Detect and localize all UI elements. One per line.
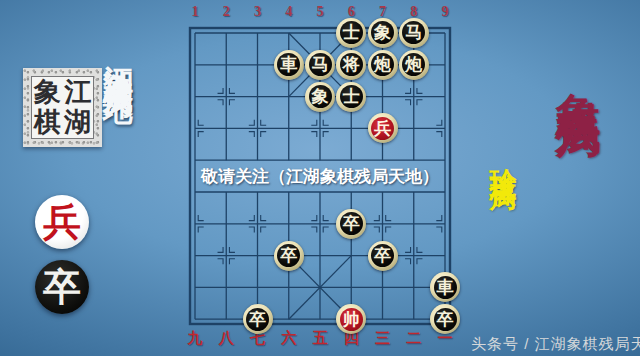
seal-char: 江 xyxy=(63,77,94,108)
piece-車-c4r2[interactable]: 車 xyxy=(274,50,304,80)
file-label: 2 xyxy=(211,4,242,20)
piece-glyph: 马 xyxy=(309,53,332,76)
file-label: 4 xyxy=(273,4,304,20)
piece-炮-c7r2[interactable]: 炮 xyxy=(368,50,398,80)
decor-zu-piece: 卒 xyxy=(35,260,89,314)
seal-characters: 象江棋湖 xyxy=(31,76,94,139)
seal-char: 棋 xyxy=(32,108,63,139)
piece-車-c9r9[interactable]: 車 xyxy=(430,272,460,302)
piece-象-c5r3[interactable]: 象 xyxy=(305,82,335,112)
file-label: 5 xyxy=(304,4,335,20)
left-vertical-title: 江湖象棋残局天地 xyxy=(103,42,133,74)
right-title-vertical: 象棋残局 xyxy=(556,57,601,89)
piece-glyph: 马 xyxy=(402,21,425,44)
piece-glyph: 象 xyxy=(371,21,394,44)
piece-象-c7r1[interactable]: 象 xyxy=(368,18,398,48)
file-label: 八 xyxy=(211,329,242,348)
file-label: 五 xyxy=(304,329,335,348)
piece-卒-c3r10[interactable]: 卒 xyxy=(243,304,273,334)
jianghu-xiangqi-seal: 象江棋湖 xyxy=(23,68,102,147)
piece-glyph: 卒 xyxy=(340,212,363,235)
piece-glyph: 卒 xyxy=(246,308,269,331)
top-file-labels: 123456789 xyxy=(179,4,460,20)
piece-glyph: 車 xyxy=(277,53,300,76)
piece-卒-c7r8[interactable]: 卒 xyxy=(368,241,398,271)
piece-马-c8r1[interactable]: 马 xyxy=(399,18,429,48)
piece-卒-c6r7[interactable]: 卒 xyxy=(336,209,366,239)
file-label: 二 xyxy=(398,329,429,348)
piece-炮-c8r2[interactable]: 炮 xyxy=(399,50,429,80)
piece-glyph: 炮 xyxy=(371,53,394,76)
file-label: 九 xyxy=(179,329,210,348)
footer-credit: 头条号 / 江湖象棋残局天地 xyxy=(471,335,640,354)
file-label: 六 xyxy=(273,329,304,348)
piece-glyph: 卒 xyxy=(434,308,457,331)
piece-士-c6r1[interactable]: 士 xyxy=(336,18,366,48)
piece-马-c5r2[interactable]: 马 xyxy=(305,50,335,80)
seal-char: 象 xyxy=(32,77,63,108)
seal-char: 湖 xyxy=(63,108,94,139)
piece-glyph: 車 xyxy=(434,276,457,299)
bottom-file-labels: 九八七六五四三二一 xyxy=(179,329,460,348)
file-label: 三 xyxy=(367,329,398,348)
piece-将-c6r2[interactable]: 将 xyxy=(336,50,366,80)
file-label: 1 xyxy=(179,4,210,20)
piece-glyph: 炮 xyxy=(402,53,425,76)
piece-glyph: 士 xyxy=(340,85,363,108)
river-banner-text: 敬请关注（江湖象棋残局天地） xyxy=(195,165,445,188)
file-label: 9 xyxy=(429,4,460,20)
piece-glyph: 将 xyxy=(340,53,363,76)
right-subtitle-vertical: 珍珑棋局 xyxy=(489,146,516,170)
piece-兵-c7r4[interactable]: 兵 xyxy=(368,113,398,143)
file-label: 3 xyxy=(242,4,273,20)
piece-士-c6r3[interactable]: 士 xyxy=(336,82,366,112)
piece-卒-c4r8[interactable]: 卒 xyxy=(274,241,304,271)
piece-glyph: 卒 xyxy=(371,244,394,267)
decor-bing-piece: 兵 xyxy=(35,195,89,249)
piece-glyph: 兵 xyxy=(371,117,394,140)
piece-glyph: 帅 xyxy=(340,308,363,331)
piece-glyph: 卒 xyxy=(277,244,300,267)
piece-卒-c9r10[interactable]: 卒 xyxy=(430,304,460,334)
piece-glyph: 象 xyxy=(309,85,332,108)
piece-glyph: 士 xyxy=(340,21,363,44)
